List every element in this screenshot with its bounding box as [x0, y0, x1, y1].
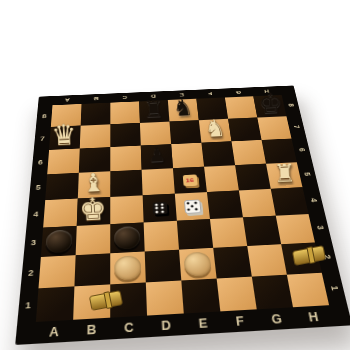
square-f2[interactable] — [213, 246, 252, 279]
square-a5[interactable] — [45, 173, 79, 200]
square-a6[interactable] — [47, 148, 80, 174]
square-c8[interactable] — [110, 101, 140, 124]
square-d3[interactable] — [144, 221, 179, 252]
rank-label-left-4: 4 — [26, 200, 45, 228]
black-checker[interactable] — [114, 226, 140, 250]
square-c4[interactable] — [110, 195, 143, 224]
square-e3[interactable] — [177, 219, 213, 250]
square-c6[interactable] — [110, 146, 141, 172]
die-pip — [155, 210, 158, 213]
square-a7[interactable]: ♛ — [49, 126, 81, 150]
square-a1[interactable] — [36, 286, 74, 322]
square-f7[interactable]: ♞ — [199, 119, 232, 143]
square-g7[interactable] — [228, 118, 261, 142]
square-d4[interactable] — [143, 194, 177, 223]
square-e5[interactable]: 16 — [173, 167, 207, 194]
square-f1[interactable] — [217, 277, 257, 312]
doubling-die[interactable]: 16 — [182, 174, 197, 186]
square-c7[interactable] — [110, 123, 140, 147]
frame-corner — [15, 322, 36, 345]
rank-label-right-7: 7 — [280, 121, 312, 134]
square-b4[interactable]: ♚ — [77, 197, 111, 226]
file-label-near-e: E — [184, 311, 223, 335]
square-h4[interactable] — [271, 187, 309, 215]
square-a4[interactable] — [43, 199, 78, 228]
light-checker[interactable] — [114, 255, 141, 280]
file-label-near-a: A — [34, 320, 73, 344]
black-knight[interactable]: ♞ — [173, 96, 194, 120]
square-e1[interactable] — [181, 279, 220, 314]
die-pip — [155, 203, 158, 206]
file-label-near-c: C — [110, 316, 148, 340]
square-e4[interactable] — [175, 192, 210, 221]
file-label-near-f: F — [220, 309, 260, 333]
square-h8[interactable]: ♚ — [253, 95, 286, 117]
square-e6[interactable] — [171, 143, 204, 168]
chess-board-wrapper: ABCDEFGH8♜♞♚87♛♞76♟65♝16♜54♚4332211ABCDE… — [15, 85, 350, 344]
die-pip — [186, 202, 189, 205]
file-label-near-g: G — [257, 307, 297, 330]
file-label-near-h: H — [293, 305, 334, 328]
square-g6[interactable] — [232, 140, 266, 165]
square-e8[interactable]: ♞ — [168, 99, 199, 122]
square-a3[interactable] — [41, 226, 77, 257]
black-die[interactable] — [152, 202, 167, 215]
die-pip — [161, 203, 164, 206]
square-c3[interactable] — [110, 222, 144, 253]
white-die[interactable] — [183, 199, 201, 213]
square-b2[interactable] — [74, 253, 110, 286]
die-pip — [194, 201, 197, 204]
die-pip — [161, 206, 164, 209]
square-d7[interactable] — [140, 122, 171, 146]
rank-label-right-3: 3 — [302, 220, 338, 236]
square-g1[interactable] — [252, 275, 293, 310]
black-checker[interactable] — [45, 229, 72, 253]
black-pawn[interactable]: ♟ — [147, 145, 165, 165]
square-g3[interactable] — [243, 216, 281, 246]
file-label-near-d: D — [147, 313, 185, 337]
die-pip — [195, 208, 198, 211]
square-d1[interactable] — [146, 280, 184, 315]
frame-corner — [329, 304, 350, 326]
white-rook[interactable]: ♜ — [274, 160, 297, 186]
square-g8[interactable] — [225, 96, 257, 119]
white-queen[interactable]: ♛ — [51, 120, 77, 149]
square-e2[interactable] — [179, 248, 217, 281]
square-d5[interactable] — [142, 168, 175, 195]
board-photo-scene: ABCDEFGH8♜♞♚87♛♞76♟65♝16♜54♚4332211ABCDE… — [0, 0, 350, 350]
rank-label-right-1: 1 — [315, 279, 350, 297]
square-a2[interactable] — [39, 255, 76, 288]
square-b7[interactable] — [80, 124, 111, 148]
square-f3[interactable] — [210, 217, 247, 247]
die-pip — [187, 208, 190, 211]
black-rook[interactable]: ♜ — [143, 97, 164, 121]
square-c2[interactable] — [110, 251, 146, 284]
die-pip — [155, 207, 158, 210]
square-f4[interactable] — [207, 190, 243, 219]
file-label-near-b: B — [72, 318, 110, 342]
square-h1[interactable] — [287, 273, 329, 307]
die-pip — [161, 210, 164, 213]
square-c5[interactable] — [110, 170, 142, 197]
square-g5[interactable] — [235, 164, 271, 191]
square-f6[interactable] — [201, 141, 235, 166]
die-pip — [191, 205, 194, 208]
white-king[interactable]: ♚ — [79, 193, 108, 225]
rank-label-right-6: 6 — [285, 143, 318, 156]
light-checker[interactable] — [183, 252, 212, 277]
white-knight[interactable]: ♞ — [205, 116, 227, 140]
square-e7[interactable] — [169, 120, 201, 144]
square-g2[interactable] — [247, 244, 287, 276]
square-b8[interactable] — [81, 103, 111, 126]
square-d8[interactable]: ♜ — [139, 100, 169, 123]
square-b3[interactable] — [76, 224, 111, 255]
square-d2[interactable] — [145, 250, 182, 283]
black-king[interactable]: ♚ — [258, 89, 283, 117]
square-f5[interactable] — [204, 165, 239, 192]
square-d6[interactable]: ♟ — [141, 144, 173, 170]
square-g4[interactable] — [239, 189, 276, 217]
chess-board: ABCDEFGH8♜♞♚87♛♞76♟65♝16♜54♚4332211ABCDE… — [15, 85, 350, 344]
